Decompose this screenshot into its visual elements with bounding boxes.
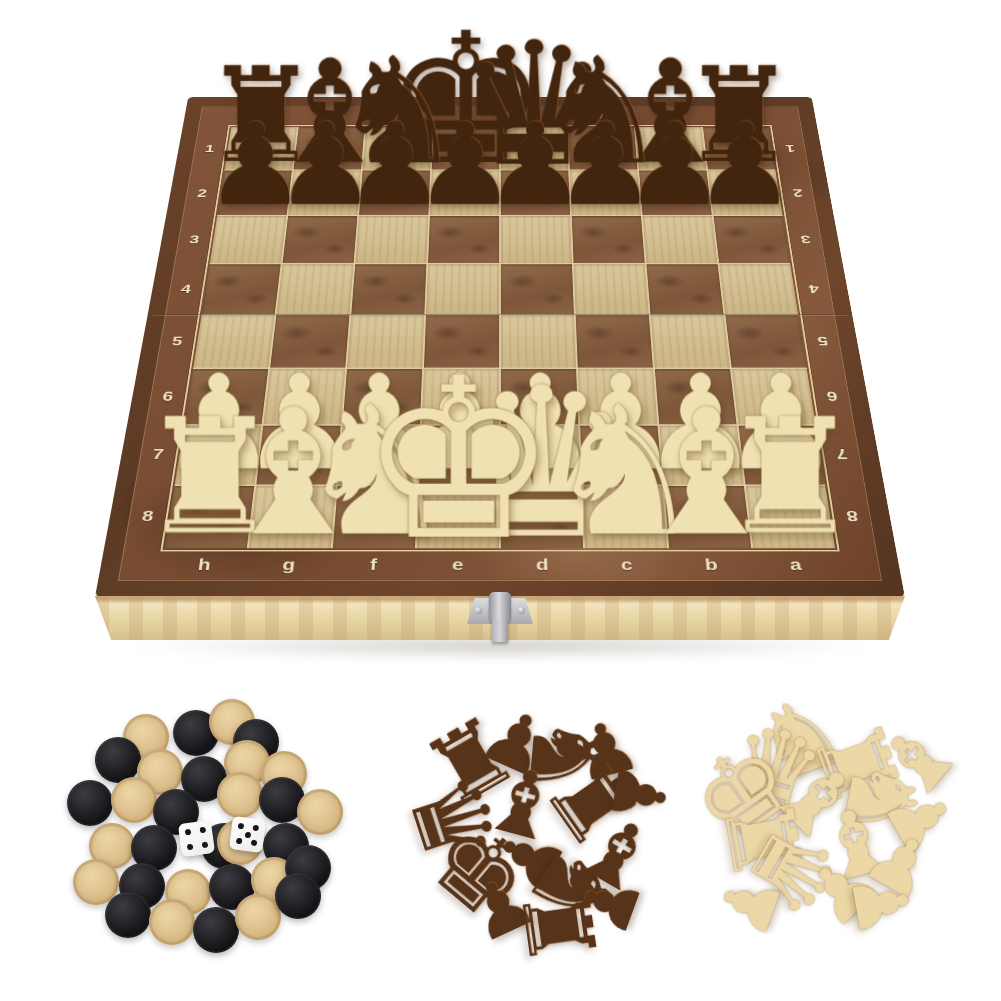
- file-label-bottom-f: f: [360, 555, 387, 575]
- square-e7: [419, 426, 499, 485]
- file-label-top-e: e: [456, 110, 476, 123]
- square-b1: [636, 127, 707, 169]
- square-f1: [363, 127, 432, 169]
- square-e3: [428, 216, 499, 263]
- square-c2: [570, 171, 641, 216]
- square-g4: [277, 264, 354, 314]
- square-d1: [501, 127, 568, 169]
- light-pawn-loose: ♟: [839, 862, 922, 945]
- square-g3: [283, 216, 358, 263]
- square-d6: [501, 369, 578, 424]
- board-squares-grid: [165, 127, 836, 548]
- clasp-tongue: [492, 620, 508, 642]
- rank-label-left-2: 2: [190, 186, 213, 200]
- square-e6: [422, 369, 499, 424]
- square-a7: [739, 426, 826, 485]
- square-g5: [270, 315, 349, 367]
- square-b2: [639, 171, 712, 216]
- square-c8: [583, 486, 668, 548]
- square-g6: [263, 369, 345, 424]
- square-e4: [426, 264, 499, 314]
- file-label-bottom-h: h: [190, 555, 218, 575]
- file-label-bottom-e: e: [445, 555, 471, 575]
- die-1-showing-4: [178, 820, 215, 857]
- square-d8: [501, 486, 583, 548]
- square-f8: [333, 486, 418, 548]
- square-e8: [417, 486, 499, 548]
- black-checker-disc: [67, 780, 113, 826]
- square-d7: [501, 426, 581, 485]
- file-label-top-d: d: [523, 110, 543, 123]
- wood-checker-disc: [149, 899, 195, 945]
- square-a3: [714, 216, 791, 263]
- square-b3: [643, 216, 718, 263]
- rank-label-right-1: 1: [779, 142, 802, 155]
- square-a1: [703, 127, 776, 169]
- die-pip: [236, 837, 243, 844]
- file-label-bottom-c: c: [613, 555, 640, 575]
- square-b8: [664, 486, 751, 548]
- square-f6: [343, 369, 423, 424]
- file-label-top-c: c: [590, 110, 611, 123]
- product-photo-scene: 1122334455667788hhggffeeddccbbaa ♜♝♞♚♛♞♝…: [0, 0, 1001, 1001]
- square-b5: [651, 315, 730, 367]
- die-2-showing-5: [229, 816, 266, 853]
- rank-label-right-7: 7: [828, 445, 855, 463]
- wood-checker-disc: [217, 772, 263, 818]
- chess-board: 1122334455667788hhggffeeddccbbaa ♜♝♞♚♛♞♝…: [95, 97, 905, 597]
- metal-clasp: [467, 590, 533, 646]
- die-pip: [199, 827, 206, 834]
- square-h4: [202, 264, 281, 314]
- square-g8: [249, 486, 336, 548]
- rank-label-left-6: 6: [155, 387, 181, 404]
- square-b6: [655, 369, 737, 424]
- square-g7: [256, 426, 340, 485]
- square-c6: [578, 369, 658, 424]
- square-h6: [184, 369, 268, 424]
- square-f7: [338, 426, 420, 485]
- square-f3: [355, 216, 428, 263]
- file-label-bottom-b: b: [697, 555, 725, 575]
- rank-label-left-3: 3: [182, 232, 206, 247]
- clasp-screw-left: [475, 607, 482, 614]
- square-h2: [217, 171, 292, 216]
- wood-checker-disc: [111, 777, 157, 823]
- file-label-top-g: g: [322, 110, 343, 123]
- square-a8: [746, 486, 836, 548]
- die-pip: [185, 829, 192, 836]
- rank-label-right-3: 3: [794, 232, 818, 247]
- square-f2: [359, 171, 430, 216]
- square-h1: [225, 127, 298, 169]
- wood-checker-disc: [235, 894, 281, 940]
- file-label-top-b: b: [656, 110, 677, 123]
- die-pip: [187, 843, 194, 850]
- square-a4: [719, 264, 798, 314]
- black-checker-disc: [275, 873, 321, 919]
- square-d2: [501, 171, 570, 216]
- square-b7: [659, 426, 743, 485]
- die-pip: [244, 831, 251, 838]
- rank-label-right-8: 8: [838, 506, 866, 525]
- square-c1: [568, 127, 637, 169]
- rank-label-right-2: 2: [786, 186, 809, 200]
- square-e2: [430, 171, 499, 216]
- rank-label-left-5: 5: [164, 333, 190, 349]
- square-a5: [725, 315, 806, 367]
- die-pip: [250, 839, 257, 846]
- square-d4: [501, 264, 574, 314]
- square-a2: [708, 171, 783, 216]
- square-h3: [210, 216, 287, 263]
- square-f4: [351, 264, 426, 314]
- rank-label-right-4: 4: [802, 281, 827, 296]
- black-checker-disc: [193, 907, 239, 953]
- square-d5: [501, 315, 576, 367]
- square-g2: [288, 171, 361, 216]
- rank-label-left-1: 1: [198, 142, 221, 155]
- rank-label-right-5: 5: [810, 333, 836, 349]
- file-label-bottom-d: d: [529, 555, 555, 575]
- square-f5: [347, 315, 424, 367]
- file-label-top-h: h: [255, 110, 277, 123]
- square-a6: [732, 369, 816, 424]
- clasp-knob: [489, 592, 511, 622]
- file-label-bottom-a: a: [782, 555, 810, 575]
- die-pip: [238, 823, 245, 830]
- square-e1: [432, 127, 499, 169]
- square-b4: [646, 264, 723, 314]
- black-checker-disc: [105, 892, 151, 938]
- clasp-screw-right: [518, 607, 525, 614]
- square-d3: [501, 216, 572, 263]
- die-pip: [201, 841, 208, 848]
- square-c5: [576, 315, 653, 367]
- file-label-top-f: f: [389, 110, 410, 123]
- wood-checker-disc: [297, 789, 343, 835]
- file-label-bottom-g: g: [275, 555, 303, 575]
- rank-label-left-7: 7: [144, 445, 171, 463]
- square-h5: [193, 315, 274, 367]
- square-c7: [580, 426, 662, 485]
- die-pip: [252, 825, 259, 832]
- square-c4: [574, 264, 649, 314]
- square-h7: [175, 426, 262, 485]
- square-e5: [424, 315, 499, 367]
- square-g1: [294, 127, 365, 169]
- square-c3: [572, 216, 645, 263]
- rank-label-left-8: 8: [133, 506, 161, 525]
- square-h8: [165, 486, 255, 548]
- file-label-top-a: a: [723, 110, 745, 123]
- rank-label-right-6: 6: [819, 387, 845, 404]
- rank-label-left-4: 4: [173, 281, 198, 296]
